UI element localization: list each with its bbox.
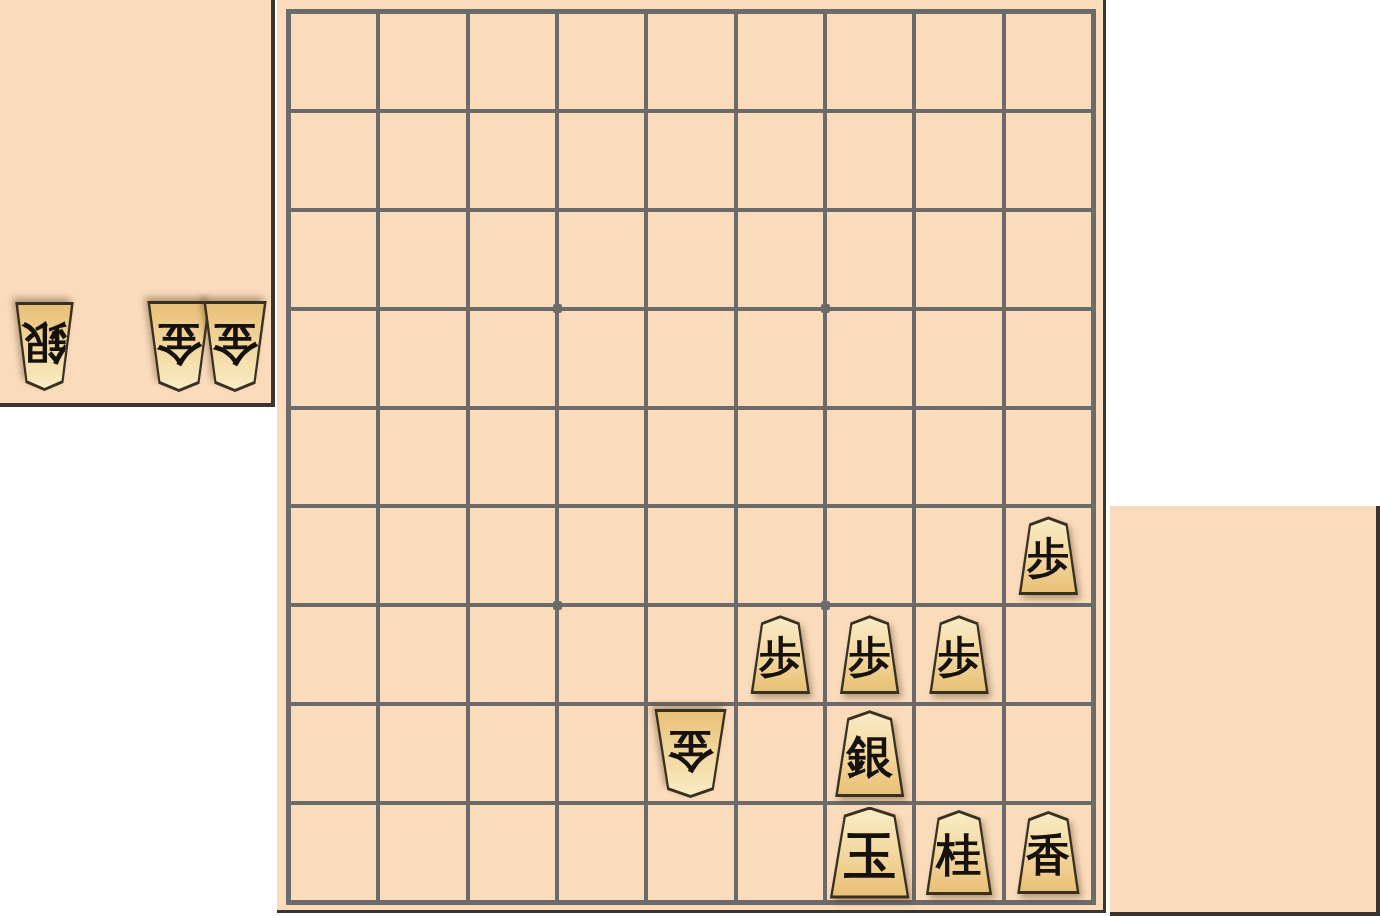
cell-8a[interactable] [380,14,465,109]
cell-6g[interactable] [559,607,644,702]
cell-9a[interactable] [291,14,376,109]
cell-7d[interactable] [470,311,555,406]
koma-kanji: 歩 [849,636,891,678]
hoshi-dot [821,601,830,610]
koma-kanji: 歩 [1027,537,1069,579]
cell-2h[interactable] [916,706,1001,801]
cell-2b[interactable] [916,113,1001,208]
cell-1e[interactable] [1006,410,1091,505]
cell-5i[interactable] [648,805,733,900]
cell-7a[interactable] [470,14,555,109]
cell-2i[interactable]: 桂 [916,805,1001,900]
koma-sente-pawn-2g[interactable]: 歩 [928,615,990,694]
cell-8c[interactable] [380,212,465,307]
cell-9f[interactable] [291,508,376,603]
cell-4c[interactable] [738,212,823,307]
cell-6i[interactable] [559,805,644,900]
cell-1d[interactable] [1006,311,1091,406]
hand-koma-gote-gold[interactable]: 金 [202,301,268,392]
cell-2g[interactable]: 歩 [916,607,1001,702]
cell-6c[interactable] [559,212,644,307]
cell-5b[interactable] [648,113,733,208]
cell-5g[interactable] [648,607,733,702]
koma-gote-gold-5h[interactable]: 金 [653,709,728,798]
cell-9h[interactable] [291,706,376,801]
hoshi-dot [553,304,562,313]
koma-kanji: 歩 [759,636,801,678]
cell-2a[interactable] [916,14,1001,109]
koma-kanji: 歩 [938,636,980,678]
cell-1f[interactable]: 歩 [1006,508,1091,603]
cell-9d[interactable] [291,311,376,406]
cell-8d[interactable] [380,311,465,406]
koma-sente-pawn-3g[interactable]: 歩 [839,615,901,694]
koma-kanji: 銀 [22,321,68,367]
gote-hand-tray: 銀金金 [0,0,275,407]
cell-5d[interactable] [648,311,733,406]
cell-6b[interactable] [559,113,644,208]
cell-6a[interactable] [559,14,644,109]
cell-3c[interactable] [827,212,912,307]
cell-7h[interactable] [470,706,555,801]
cell-5a[interactable] [648,14,733,109]
cell-3a[interactable] [827,14,912,109]
cell-3b[interactable] [827,113,912,208]
cell-4e[interactable] [738,410,823,505]
cell-3h[interactable]: 銀 [827,706,912,801]
cell-5e[interactable] [648,410,733,505]
cell-2e[interactable] [916,410,1001,505]
cell-7e[interactable] [470,410,555,505]
cell-7i[interactable] [470,805,555,900]
cell-1i[interactable]: 香 [1006,805,1091,900]
cell-9c[interactable] [291,212,376,307]
cell-2f[interactable] [916,508,1001,603]
koma-kanji: 香 [1026,833,1070,877]
board-grid: 歩歩歩歩金銀玉桂香 [286,9,1096,905]
cell-7c[interactable] [470,212,555,307]
cell-8b[interactable] [380,113,465,208]
cell-9b[interactable] [291,113,376,208]
hoshi-dot [553,601,562,610]
cell-4b[interactable] [738,113,823,208]
cell-1c[interactable] [1006,212,1091,307]
koma-sente-silver-3h[interactable]: 銀 [834,710,906,797]
sente-hand-tray [1110,506,1380,916]
cell-8h[interactable] [380,706,465,801]
cell-5f[interactable] [648,508,733,603]
cell-3i[interactable]: 玉 [827,805,912,900]
cell-5c[interactable] [648,212,733,307]
cell-8g[interactable] [380,607,465,702]
hand-koma-gote-silver[interactable]: 銀 [14,302,75,391]
koma-kanji: 金 [212,321,258,367]
cell-5h[interactable]: 金 [648,706,733,801]
cell-4i[interactable] [738,805,823,900]
koma-kanji: 玉 [844,829,896,881]
koma-kanji: 銀 [847,733,893,779]
cell-9e[interactable] [291,410,376,505]
cell-8f[interactable] [380,508,465,603]
cell-4g[interactable]: 歩 [738,607,823,702]
koma-sente-pawn-1f[interactable]: 歩 [1017,516,1079,595]
cell-3g[interactable]: 歩 [827,607,912,702]
cell-6f[interactable] [559,508,644,603]
hoshi-dot [821,304,830,313]
cell-7g[interactable] [470,607,555,702]
cell-4d[interactable] [738,311,823,406]
cell-3e[interactable] [827,410,912,505]
koma-sente-lance-1i[interactable]: 香 [1016,811,1081,894]
koma-sente-knight-2i[interactable]: 桂 [924,810,993,895]
cell-4h[interactable] [738,706,823,801]
cell-7b[interactable] [470,113,555,208]
cell-8e[interactable] [380,410,465,505]
cell-2d[interactable] [916,311,1001,406]
cell-6h[interactable] [559,706,644,801]
cell-7f[interactable] [470,508,555,603]
cell-3d[interactable] [827,311,912,406]
koma-kanji: 桂 [936,832,981,877]
cell-1a[interactable] [1006,14,1091,109]
koma-sente-king-3i[interactable]: 玉 [828,807,911,899]
cell-6d[interactable] [559,311,644,406]
koma-kanji: 金 [668,728,714,774]
cell-6e[interactable] [559,410,644,505]
cell-9g[interactable] [291,607,376,702]
cell-2c[interactable] [916,212,1001,307]
screen: 銀金金 歩歩歩歩金銀玉桂香 [0,0,1380,916]
koma-sente-pawn-4g[interactable]: 歩 [749,615,811,694]
cell-1b[interactable] [1006,113,1091,208]
cell-9i[interactable] [291,805,376,900]
cell-1g[interactable] [1006,607,1091,702]
shogi-board: 歩歩歩歩金銀玉桂香 [277,0,1106,913]
cell-3f[interactable] [827,508,912,603]
cell-8i[interactable] [380,805,465,900]
koma-kanji: 金 [156,321,202,367]
cell-4f[interactable] [738,508,823,603]
cell-4a[interactable] [738,14,823,109]
cell-1h[interactable] [1006,706,1091,801]
